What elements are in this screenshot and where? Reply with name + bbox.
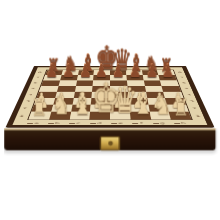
brass-clasp-icon bbox=[100, 136, 120, 150]
square-g6[interactable] bbox=[143, 80, 161, 86]
piece-dark-pawn[interactable]: ♟ bbox=[128, 62, 141, 80]
piece-light-king[interactable]: ♚ bbox=[92, 77, 108, 118]
square-c1[interactable]: ♝ bbox=[69, 112, 90, 120]
piece-light-queen[interactable]: ♛ bbox=[112, 82, 128, 119]
square-h6[interactable] bbox=[160, 80, 179, 86]
piece-dark-pawn[interactable]: ♟ bbox=[79, 62, 92, 80]
piece-light-bishop[interactable]: ♝ bbox=[133, 89, 149, 119]
square-b6[interactable] bbox=[58, 80, 76, 86]
piece-light-bishop[interactable]: ♝ bbox=[72, 89, 88, 119]
file-labels-front: abcdefgh bbox=[25, 121, 194, 125]
file-label-g: g bbox=[152, 121, 174, 124]
file-label-e: e bbox=[110, 121, 131, 124]
file-label-c: c bbox=[68, 121, 89, 124]
box-front-face bbox=[4, 128, 216, 151]
file-label-f: f bbox=[131, 121, 152, 124]
square-a1[interactable]: ♜ bbox=[29, 112, 52, 120]
product-photo: abcdefgh abcdefgh 87654321 87654321 ♜♞♝♚… bbox=[0, 0, 220, 220]
board-scene: abcdefgh abcdefgh 87654321 87654321 ♜♞♝♚… bbox=[0, 0, 220, 220]
piece-light-knight[interactable]: ♞ bbox=[51, 92, 67, 118]
square-a6[interactable] bbox=[41, 80, 60, 86]
file-label-a: a bbox=[26, 121, 48, 124]
rank-label-1: 1 bbox=[191, 112, 206, 120]
file-label-d: d bbox=[89, 121, 110, 124]
square-f1[interactable]: ♝ bbox=[130, 112, 151, 120]
piece-light-rook[interactable]: ♜ bbox=[31, 96, 47, 119]
piece-dark-pawn[interactable]: ♟ bbox=[162, 62, 175, 80]
file-label-h: h bbox=[173, 121, 195, 124]
piece-dark-pawn[interactable]: ♟ bbox=[62, 62, 75, 80]
square-g1[interactable]: ♞ bbox=[149, 112, 171, 120]
rank-label-2: 2 bbox=[188, 105, 202, 112]
square-b7[interactable]: ♟ bbox=[60, 75, 78, 80]
square-h1[interactable]: ♜ bbox=[169, 112, 192, 120]
chess-board-squares: ♜♞♝♚♛♝♞♜♟♟♟♟♟♟♟♟♟♟♟♟♟♟♟♟♜♞♝♚♛♝♞♜ bbox=[27, 70, 193, 120]
square-e1[interactable]: ♛ bbox=[110, 112, 130, 120]
square-b1[interactable]: ♞ bbox=[49, 112, 71, 120]
file-label-b: b bbox=[47, 121, 69, 124]
square-c6[interactable] bbox=[76, 80, 94, 86]
square-d1[interactable]: ♚ bbox=[90, 112, 110, 120]
square-g7[interactable]: ♟ bbox=[142, 75, 160, 80]
piece-dark-pawn[interactable]: ♟ bbox=[45, 62, 58, 80]
piece-dark-pawn[interactable]: ♟ bbox=[145, 62, 158, 80]
piece-light-rook[interactable]: ♜ bbox=[173, 96, 189, 119]
square-h7[interactable]: ♟ bbox=[159, 75, 177, 80]
chess-board: abcdefgh abcdefgh 87654321 87654321 ♜♞♝♚… bbox=[5, 66, 214, 128]
piece-light-knight[interactable]: ♞ bbox=[153, 92, 169, 118]
